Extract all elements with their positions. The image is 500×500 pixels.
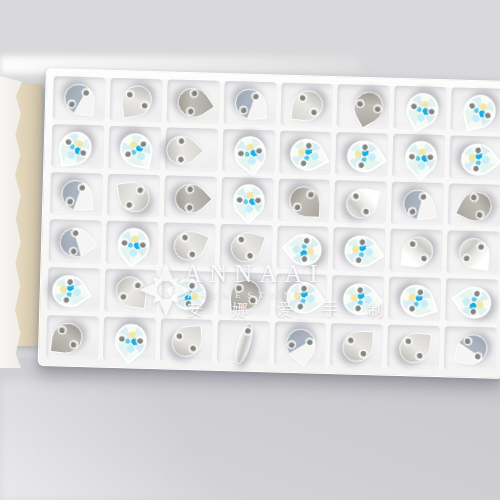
silver-back-stone	[455, 185, 497, 227]
silver-back-stone	[227, 228, 266, 267]
tray-cell-r3c5	[277, 178, 330, 222]
crystal-rhinestone	[400, 88, 445, 133]
silver-back-stone	[169, 176, 213, 220]
tray-cell-r2c1	[51, 124, 104, 168]
crystal-rhinestone	[341, 133, 387, 179]
tray-cell-r3c6	[334, 180, 387, 224]
tray-cell-r2c3	[165, 127, 218, 171]
silver-back-stone	[343, 185, 380, 222]
silver-back-stone	[342, 330, 374, 362]
tray-cell-r2c2	[108, 126, 161, 170]
tray-cell-r2c7	[392, 134, 445, 178]
silver-back-stone	[279, 323, 322, 366]
crystal-rhinestone	[108, 318, 154, 364]
silver-back-stone	[114, 275, 148, 309]
tray-cell-r2c5	[279, 130, 332, 174]
tray-cell-r5c5	[275, 274, 328, 318]
crystal-rhinestone	[398, 134, 445, 181]
tray-cell-r5c8	[445, 279, 498, 323]
crystal-rhinestone	[337, 276, 383, 322]
tray-cell-r5c3	[161, 271, 214, 315]
silver-back-stone	[117, 179, 152, 214]
tray-cell-r4c4	[219, 224, 272, 268]
tray-cell-r4c6	[333, 228, 386, 272]
tray-cell-r3c2	[107, 173, 160, 217]
tray-grid	[46, 76, 500, 370]
tray-cell-r4c7	[390, 229, 443, 273]
tray-cell-r1c8	[451, 87, 500, 131]
tray-cell-r3c4	[220, 177, 273, 221]
crystal-rhinestone	[47, 269, 93, 315]
silver-back-stone	[171, 325, 204, 358]
crystal-rhinestone	[57, 129, 94, 166]
silver-back-stone	[119, 83, 154, 118]
tray-cell-r4c8	[447, 231, 500, 275]
crystal-rhinestone	[338, 229, 384, 275]
rhinestone-tray	[38, 68, 500, 379]
tray-cell-r6c2	[103, 317, 156, 361]
crystal-rhinestone	[455, 136, 500, 182]
silver-back-stone	[172, 81, 215, 124]
silver-back-stone	[50, 321, 84, 355]
tray-cell-r6c6	[330, 323, 383, 367]
silver-back-stone	[289, 185, 321, 217]
tray-cell-r5c6	[331, 275, 384, 319]
crystal-rhinestone	[117, 130, 156, 169]
tray-cell-r4c1	[49, 220, 102, 264]
tray-cell-r3c3	[164, 175, 217, 219]
tray-cell-r6c4	[216, 320, 269, 364]
silver-back-stone	[234, 88, 267, 121]
silver-back-stone	[401, 187, 436, 222]
crystal-rhinestone	[451, 280, 497, 326]
silver-back-stone	[54, 221, 98, 265]
tray-cell-r1c5	[280, 83, 333, 127]
crystal-rhinestone	[226, 177, 273, 224]
silver-back-stone	[170, 226, 210, 266]
crystal-rhinestone	[459, 92, 499, 132]
crystal-rhinestone	[227, 130, 273, 176]
tray-cell-r3c8	[448, 183, 500, 227]
crystal-rhinestone	[167, 272, 213, 318]
tray-cell-r3c7	[391, 181, 444, 225]
crystal-rhinestone	[280, 275, 326, 321]
tray-cell-r5c7	[388, 277, 441, 321]
tray-cell-r5c1	[47, 267, 100, 311]
silver-back-stone	[400, 235, 434, 269]
tray-cell-r4c2	[105, 221, 158, 265]
tray-cell-r1c1	[53, 76, 106, 120]
crystal-rhinestone	[111, 222, 157, 268]
tray-cell-r1c2	[109, 78, 162, 122]
silver-back-stone	[397, 331, 431, 365]
tray-cell-r5c2	[104, 269, 157, 313]
tray-cell-r2c6	[336, 132, 389, 176]
silver-back-stone	[63, 82, 97, 116]
floor-light-reflection	[0, 380, 260, 500]
crystal-rhinestone	[396, 280, 438, 322]
silver-back-stone	[457, 237, 491, 271]
tray-cell-r4c5	[276, 226, 329, 270]
crystal-rhinestone	[285, 132, 330, 177]
tray-cell-r6c5	[273, 322, 326, 366]
tray-cell-r1c4	[223, 81, 276, 125]
tray-cell-r6c7	[387, 325, 440, 369]
tray-cell-r6c1	[46, 315, 99, 359]
silver-back-stone	[453, 331, 490, 368]
tray-cell-r3c1	[50, 172, 103, 216]
tray-cell-r5c4	[218, 272, 271, 316]
silver-back-stone	[347, 86, 389, 128]
tray-cell-r6c8	[444, 326, 497, 370]
tray-cell-r4c3	[162, 223, 215, 267]
silver-back-stone	[229, 279, 262, 312]
tray-cell-r1c7	[394, 86, 447, 130]
tray-cell-r1c3	[166, 79, 219, 123]
silver-back-stone	[161, 128, 205, 172]
tray-cell-r6c3	[160, 318, 213, 362]
tray-cell-r2c4	[222, 129, 275, 173]
tray-cell-r2c8	[449, 135, 500, 179]
crystal-rhinestone	[281, 227, 327, 273]
silver-back-stone	[61, 179, 94, 212]
silver-back-stone	[290, 89, 324, 123]
silver-back-stone	[232, 321, 256, 365]
tray-cell-r1c6	[337, 84, 390, 128]
